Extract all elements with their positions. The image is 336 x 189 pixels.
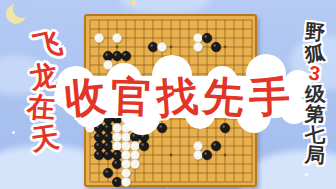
black-stone	[94, 150, 103, 159]
sparkle-dot	[12, 131, 15, 134]
white-stone	[193, 33, 202, 42]
white-stone	[193, 150, 202, 159]
black-stone	[121, 51, 130, 60]
black-stone	[202, 33, 211, 42]
black-stone	[139, 132, 148, 141]
right-title: 野狐3级第七局	[296, 22, 334, 166]
white-stone	[121, 177, 130, 186]
black-stone	[112, 177, 121, 186]
white-stone	[112, 123, 121, 132]
white-stone	[130, 159, 139, 168]
sparkle-dot	[305, 173, 308, 176]
white-stone	[121, 159, 130, 168]
white-stone	[193, 42, 202, 51]
banner-title: 收官找先手	[56, 70, 298, 124]
title-char: 手	[248, 69, 291, 125]
title-char: 先	[201, 68, 246, 126]
title-char: 局	[304, 144, 326, 166]
white-stone	[157, 42, 166, 51]
title-char: 狐	[304, 42, 326, 64]
black-stone	[103, 51, 112, 60]
title-char: 收	[62, 68, 108, 126]
title-char: 找	[155, 68, 200, 126]
title-char: 3	[308, 62, 322, 84]
title-char: 官	[110, 69, 153, 125]
white-stone	[130, 150, 139, 159]
sparkle-star-icon: ✦	[128, 0, 138, 9]
black-stone	[112, 159, 121, 168]
black-stone	[103, 168, 112, 177]
white-stone	[121, 132, 130, 141]
white-stone	[112, 33, 121, 42]
black-stone	[112, 51, 121, 60]
thumbnail: ✦ 飞龙在天 收官找先手 野狐3级第七局	[0, 0, 336, 189]
white-stone	[94, 33, 103, 42]
black-stone	[94, 141, 103, 150]
black-stone	[202, 150, 211, 159]
black-stone	[94, 132, 103, 141]
white-stone	[121, 141, 130, 150]
black-stone	[211, 42, 220, 51]
title-char: 飞	[31, 27, 65, 63]
white-stone	[130, 141, 139, 150]
black-stone	[103, 150, 112, 159]
white-stone	[112, 141, 121, 150]
black-stone	[130, 132, 139, 141]
white-stone	[121, 168, 130, 177]
black-stone	[103, 141, 112, 150]
black-stone	[112, 150, 121, 159]
white-stone	[193, 141, 202, 150]
title-char: 天	[29, 121, 61, 156]
black-stone	[94, 123, 103, 132]
black-stone	[103, 123, 112, 132]
main-banner: 收官找先手	[56, 70, 298, 124]
moon-icon	[6, 4, 26, 24]
black-stone	[211, 141, 220, 150]
black-stone	[103, 132, 112, 141]
black-stone	[148, 42, 157, 51]
title-char: 野	[304, 21, 326, 43]
title-char: 第	[304, 103, 325, 125]
white-stone	[121, 150, 130, 159]
white-stone	[112, 132, 121, 141]
title-char: 在	[26, 91, 56, 124]
black-stone	[139, 141, 148, 150]
